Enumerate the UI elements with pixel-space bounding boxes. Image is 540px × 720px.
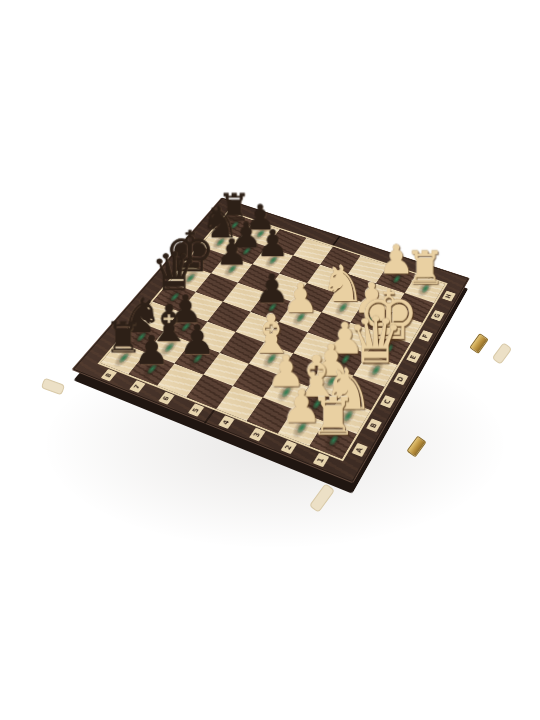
rank-label-4: 4 bbox=[218, 416, 234, 430]
rank-label-7: 7 bbox=[129, 381, 145, 394]
chess-set-photo: ♜♞♛♚♞♜♟♝♟♟♟♟♟♟♟♝♟♟♞♟♝♟♟♟♟♜♞♛♚♜ ABCDEFGH … bbox=[0, 0, 540, 720]
rank-label-1: 1 bbox=[313, 453, 329, 467]
pawn-glyph: ♟ bbox=[179, 320, 215, 360]
rank-label-8: 8 bbox=[100, 369, 116, 382]
pawn-glyph: ♟ bbox=[216, 235, 248, 271]
rank-label-2: 2 bbox=[280, 440, 296, 454]
rank-label-6: 6 bbox=[158, 392, 174, 405]
pawn-glyph: ♟ bbox=[134, 331, 170, 371]
file-label-a: A bbox=[351, 443, 367, 457]
rank-label-3: 3 bbox=[249, 428, 265, 442]
rook-glyph: ♜ bbox=[310, 390, 357, 442]
pawn-glyph: ♟ bbox=[256, 225, 289, 262]
rank-label-5: 5 bbox=[188, 404, 204, 417]
